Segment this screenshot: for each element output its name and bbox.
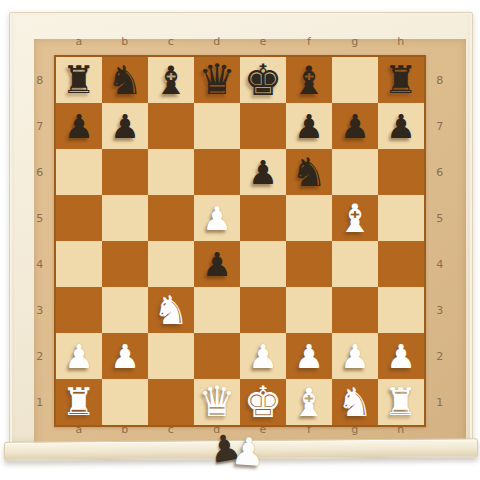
piece-black-bishop[interactable]: ♝	[292, 61, 327, 100]
square-e4[interactable]	[240, 241, 286, 287]
square-a6[interactable]	[56, 149, 102, 195]
square-f5[interactable]	[286, 195, 332, 241]
file-label-h: h	[378, 30, 424, 52]
piece-black-bishop[interactable]: ♝	[154, 61, 189, 100]
square-b4[interactable]	[102, 241, 148, 287]
piece-black-pawn[interactable]: ♟	[386, 110, 416, 143]
square-a4[interactable]	[56, 241, 102, 287]
square-d5[interactable]: ♟	[194, 195, 240, 241]
square-h2[interactable]: ♟	[378, 333, 424, 379]
square-a2[interactable]: ♟	[56, 333, 102, 379]
square-d2[interactable]	[194, 333, 240, 379]
piece-white-bishop[interactable]: ♝	[292, 383, 327, 422]
square-b1[interactable]	[102, 379, 148, 425]
piece-black-queen[interactable]: ♛	[198, 59, 236, 101]
rank-label-6: 6	[29, 149, 51, 195]
photo-background: abcdefgh abcdefgh 87654321 87654321 ♜♞♝♛…	[0, 0, 480, 480]
square-g6[interactable]	[332, 149, 378, 195]
chess-board: ♜♞♝♛♚♝♜♟♟♟♟♟♟♞♟♝♟♞♟♟♟♟♟♟♜♛♚♝♞♜	[54, 55, 426, 427]
square-c1[interactable]	[148, 379, 194, 425]
rank-label-7: 7	[429, 103, 451, 149]
square-d3[interactable]	[194, 287, 240, 333]
piece-black-rook[interactable]: ♜	[384, 61, 418, 99]
square-f8[interactable]: ♝	[286, 57, 332, 103]
rank-label-4: 4	[29, 241, 51, 287]
square-c7[interactable]	[148, 103, 194, 149]
piece-black-knight[interactable]: ♞	[291, 152, 327, 192]
piece-white-rook[interactable]: ♜	[384, 383, 418, 421]
piece-white-bishop[interactable]: ♝	[338, 199, 373, 238]
rank-label-1: 1	[429, 379, 451, 425]
piece-white-pawn[interactable]: ♟	[64, 340, 94, 373]
square-h5[interactable]	[378, 195, 424, 241]
square-b8[interactable]: ♞	[102, 57, 148, 103]
piece-white-queen[interactable]: ♛	[198, 381, 236, 423]
piece-white-king[interactable]: ♚	[244, 381, 283, 424]
piece-white-knight[interactable]: ♞	[337, 382, 373, 422]
file-label-d: d	[194, 30, 240, 52]
square-g7[interactable]: ♟	[332, 103, 378, 149]
square-e3[interactable]	[240, 287, 286, 333]
square-d7[interactable]	[194, 103, 240, 149]
rank-label-8: 8	[29, 57, 51, 103]
rank-label-5: 5	[429, 195, 451, 241]
rank-label-4: 4	[429, 241, 451, 287]
square-h8[interactable]: ♜	[378, 57, 424, 103]
square-b5[interactable]	[102, 195, 148, 241]
square-f2[interactable]: ♟	[286, 333, 332, 379]
rank-label-6: 6	[429, 149, 451, 195]
square-c8[interactable]: ♝	[148, 57, 194, 103]
square-b7[interactable]: ♟	[102, 103, 148, 149]
piece-black-pawn[interactable]: ♟	[248, 156, 278, 189]
square-f4[interactable]	[286, 241, 332, 287]
piece-black-pawn[interactable]: ♟	[340, 110, 370, 143]
square-a3[interactable]	[56, 287, 102, 333]
rank-label-3: 3	[429, 287, 451, 333]
square-f6[interactable]: ♞	[286, 149, 332, 195]
square-e8[interactable]: ♚	[240, 57, 286, 103]
square-d4[interactable]: ♟	[194, 241, 240, 287]
file-label-e: e	[240, 30, 286, 52]
file-label-c: c	[148, 30, 194, 52]
square-a1[interactable]: ♜	[56, 379, 102, 425]
square-c2[interactable]	[148, 333, 194, 379]
piece-black-rook[interactable]: ♜	[62, 61, 96, 99]
rank-label-2: 2	[29, 333, 51, 379]
rank-label-8: 8	[429, 57, 451, 103]
rank-label-1: 1	[29, 379, 51, 425]
square-g8[interactable]	[332, 57, 378, 103]
piece-white-pawn[interactable]: ♟	[248, 340, 278, 373]
square-f7[interactable]: ♟	[286, 103, 332, 149]
piece-white-knight[interactable]: ♞	[153, 290, 189, 330]
file-labels-top: abcdefgh	[56, 30, 424, 52]
rank-label-3: 3	[29, 287, 51, 333]
square-h6[interactable]	[378, 149, 424, 195]
square-g2[interactable]: ♟	[332, 333, 378, 379]
square-f1[interactable]: ♝	[286, 379, 332, 425]
square-h4[interactable]	[378, 241, 424, 287]
square-g3[interactable]	[332, 287, 378, 333]
square-g4[interactable]	[332, 241, 378, 287]
square-a7[interactable]: ♟	[56, 103, 102, 149]
square-e1[interactable]: ♚	[240, 379, 286, 425]
square-e7[interactable]	[240, 103, 286, 149]
piece-white-pawn[interactable]: ♟	[202, 202, 232, 235]
file-label-b: b	[102, 30, 148, 52]
piece-white-pawn[interactable]: ♟	[294, 340, 324, 373]
square-a5[interactable]	[56, 195, 102, 241]
square-g5[interactable]: ♝	[332, 195, 378, 241]
square-d6[interactable]	[194, 149, 240, 195]
square-d8[interactable]: ♛	[194, 57, 240, 103]
square-b3[interactable]	[102, 287, 148, 333]
piece-white-pawn[interactable]: ♟	[340, 340, 370, 373]
piece-black-knight[interactable]: ♞	[107, 60, 143, 100]
square-c6[interactable]	[148, 149, 194, 195]
square-h1[interactable]: ♜	[378, 379, 424, 425]
square-c3[interactable]: ♞	[148, 287, 194, 333]
rank-label-5: 5	[29, 195, 51, 241]
file-label-a: a	[56, 30, 102, 52]
square-e6[interactable]: ♟	[240, 149, 286, 195]
captured-white-pawn[interactable]: ♟	[230, 432, 267, 472]
file-label-g: g	[332, 30, 378, 52]
rank-label-7: 7	[29, 103, 51, 149]
square-c5[interactable]	[148, 195, 194, 241]
piece-black-pawn[interactable]: ♟	[202, 248, 232, 281]
square-b2[interactable]: ♟	[102, 333, 148, 379]
rank-labels-left: 87654321	[29, 57, 51, 425]
square-e2[interactable]: ♟	[240, 333, 286, 379]
square-h7[interactable]: ♟	[378, 103, 424, 149]
square-g1[interactable]: ♞	[332, 379, 378, 425]
square-f3[interactable]	[286, 287, 332, 333]
piece-black-pawn[interactable]: ♟	[294, 110, 324, 143]
square-c4[interactable]	[148, 241, 194, 287]
piece-black-pawn[interactable]: ♟	[110, 110, 140, 143]
piece-white-rook[interactable]: ♜	[62, 383, 96, 421]
square-e5[interactable]	[240, 195, 286, 241]
square-h3[interactable]	[378, 287, 424, 333]
rank-labels-right: 87654321	[429, 57, 451, 425]
square-a8[interactable]: ♜	[56, 57, 102, 103]
rank-label-2: 2	[429, 333, 451, 379]
piece-white-pawn[interactable]: ♟	[386, 340, 416, 373]
square-d1[interactable]: ♛	[194, 379, 240, 425]
file-label-f: f	[286, 30, 332, 52]
square-b6[interactable]	[102, 149, 148, 195]
piece-black-pawn[interactable]: ♟	[64, 110, 94, 143]
piece-white-pawn[interactable]: ♟	[110, 340, 140, 373]
piece-black-king[interactable]: ♚	[244, 59, 283, 102]
